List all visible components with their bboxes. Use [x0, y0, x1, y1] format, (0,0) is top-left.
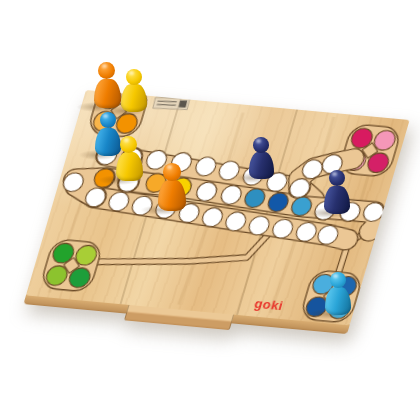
pawn-head [100, 112, 116, 128]
home-green [39, 239, 103, 293]
pawn-head [98, 62, 115, 79]
pawn-body [325, 287, 351, 315]
pawn-head [330, 272, 346, 288]
pawn-body [116, 152, 143, 181]
pawn-navy-7[interactable] [324, 170, 350, 214]
pawn-orange-1[interactable] [94, 62, 121, 108]
board-svg: goki [26, 90, 410, 325]
ludo-board: goki [26, 90, 410, 325]
pawn-yellow-4[interactable] [116, 136, 143, 181]
scene: goki [0, 0, 420, 420]
pawn-body [158, 180, 186, 211]
pawn-body [249, 152, 274, 179]
pawn-body [94, 79, 121, 108]
pawn-body [324, 186, 350, 214]
pawn-head [126, 69, 142, 85]
pawn-orange-5[interactable] [158, 163, 186, 211]
pawn-head [120, 136, 137, 153]
pawn-head [163, 163, 181, 181]
quality-stamp [153, 97, 190, 109]
pawn-head [253, 137, 269, 153]
board-face: goki [26, 90, 410, 325]
pawn-navy-6[interactable] [249, 137, 274, 179]
pawn-cyan-8[interactable] [325, 272, 351, 315]
pawn-body [121, 84, 147, 112]
pawn-head [329, 170, 345, 186]
goki-logo: goki [253, 296, 285, 313]
pawn-yellow-2[interactable] [121, 69, 147, 112]
